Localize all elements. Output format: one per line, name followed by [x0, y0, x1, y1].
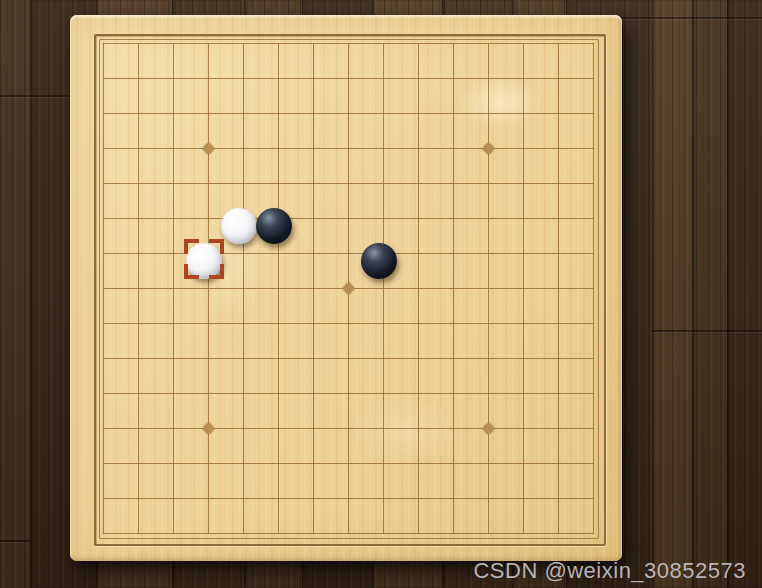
floor-plank: [692, 0, 727, 588]
grid-line-vertical: [558, 43, 559, 534]
star-point: [342, 282, 355, 295]
stone-black-i7: [361, 243, 397, 279]
grid-line-horizontal: [103, 428, 594, 429]
floor-plank: [652, 0, 692, 588]
star-point: [482, 142, 495, 155]
star-point: [202, 142, 215, 155]
grid-line-vertical: [418, 43, 419, 534]
star-point: [202, 422, 215, 435]
grid-line-vertical: [488, 43, 489, 534]
grid-line-horizontal: [103, 463, 594, 464]
floor-plank: [0, 0, 30, 588]
board-grid[interactable]: [103, 43, 594, 534]
floor-plank-seam: [652, 330, 762, 332]
grid-line-horizontal: [103, 358, 594, 359]
gomoku-board[interactable]: [70, 15, 622, 561]
grid-line-horizontal: [103, 323, 594, 324]
floor-plank: [727, 0, 762, 588]
stone-white-e6: [221, 208, 257, 244]
gomoku-game-screenshot: CSDN @weixin_30852573: [0, 0, 762, 588]
star-point: [482, 422, 495, 435]
grid-line-vertical: [593, 43, 594, 534]
grid-line-horizontal: [103, 533, 594, 534]
stone-black-f6: [256, 208, 292, 244]
grid-line-vertical: [523, 43, 524, 534]
grid-line-horizontal: [103, 393, 594, 394]
grid-line-vertical: [383, 43, 384, 534]
floor-plank-seam: [0, 540, 30, 542]
grid-line-horizontal: [103, 498, 594, 499]
grid-line-vertical: [453, 43, 454, 534]
stone-white-d7: [186, 243, 222, 279]
watermark: CSDN @weixin_30852573: [473, 558, 746, 584]
